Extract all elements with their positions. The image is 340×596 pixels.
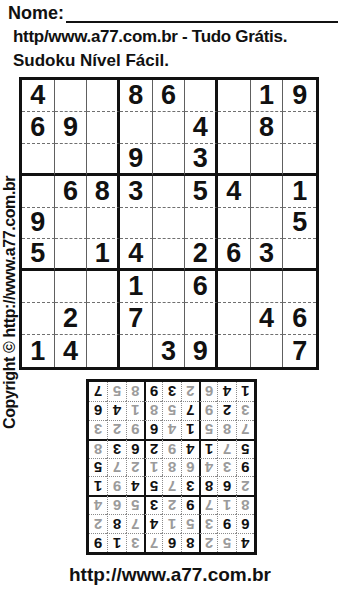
- solution-cell-r8c8: 4: [107, 401, 125, 420]
- cell-r2c8[interactable]: 8: [251, 112, 284, 144]
- solution-cell-r5c4: 6: [181, 458, 199, 477]
- cell-r6c5[interactable]: [153, 239, 186, 271]
- cell-r8c4[interactable]: 7: [120, 303, 153, 335]
- cell-r8c9[interactable]: 6: [283, 303, 316, 335]
- solution-cell-r4c9: 1: [89, 476, 107, 495]
- solution-cell-r7c8: 2: [107, 420, 125, 439]
- cell-r4c3[interactable]: 8: [87, 176, 120, 208]
- cell-r5c3[interactable]: [87, 208, 120, 240]
- cell-r1c3[interactable]: [87, 80, 120, 112]
- solution-cell-r3c5: 2: [162, 495, 180, 514]
- solution-cell-r6c8: 3: [107, 439, 125, 458]
- solution-cell-r6c6: 2: [144, 439, 162, 458]
- solution-cell-r2c8: 8: [107, 514, 125, 533]
- cell-r3c6[interactable]: 3: [185, 144, 218, 176]
- solution-cell-r7c1: 7: [236, 420, 254, 439]
- name-row: Nome:: [8, 3, 338, 23]
- cell-r2c1[interactable]: 6: [22, 112, 55, 144]
- solution-cell-r1c9: 9: [89, 533, 107, 552]
- cell-r6c3[interactable]: 1: [87, 239, 120, 271]
- cell-r6c4[interactable]: 4: [120, 239, 153, 271]
- solution-cell-r9c5: 3: [162, 382, 180, 401]
- solution-cell-r7c6: 6: [144, 420, 162, 439]
- cell-r8c6[interactable]: [185, 303, 218, 335]
- cell-r8c2[interactable]: 2: [55, 303, 88, 335]
- cell-r5c7[interactable]: [218, 208, 251, 240]
- cell-r2c3[interactable]: [87, 112, 120, 144]
- cell-r7c9[interactable]: [283, 271, 316, 303]
- cell-r5c9[interactable]: 5: [283, 208, 316, 240]
- cell-r7c8[interactable]: [251, 271, 284, 303]
- solution-cell-r1c6: 7: [144, 533, 162, 552]
- cell-r1c1[interactable]: 4: [22, 80, 55, 112]
- solution-cell-r8c4: 7: [181, 401, 199, 420]
- solution-cell-r3c3: 7: [199, 495, 217, 514]
- cell-r6c6[interactable]: 2: [185, 239, 218, 271]
- cell-r5c2[interactable]: [55, 208, 88, 240]
- cell-r8c7[interactable]: [218, 303, 251, 335]
- cell-r4c1[interactable]: [22, 176, 55, 208]
- cell-r7c2[interactable]: [55, 271, 88, 303]
- solution-cell-r5c2: 3: [217, 458, 235, 477]
- cell-r7c5[interactable]: [153, 271, 186, 303]
- solution-cell-r4c1: 2: [236, 476, 254, 495]
- solution-cell-r8c7: 1: [126, 401, 144, 420]
- cell-r1c5[interactable]: 6: [153, 80, 186, 112]
- solution-cell-r9c9: 7: [89, 382, 107, 401]
- solution-cell-r6c4: 4: [181, 439, 199, 458]
- solution-cell-r9c1: 1: [236, 382, 254, 401]
- solution-cell-r6c2: 7: [217, 439, 235, 458]
- solution-cell-r2c2: 9: [217, 514, 235, 533]
- cell-r3c8[interactable]: [251, 144, 284, 176]
- cell-r8c3[interactable]: [87, 303, 120, 335]
- cell-r5c4[interactable]: [120, 208, 153, 240]
- solution-cell-r3c2: 1: [217, 495, 235, 514]
- cell-r7c1[interactable]: [22, 271, 55, 303]
- solution-cell-r2c1: 6: [236, 514, 254, 533]
- cell-r3c7[interactable]: [218, 144, 251, 176]
- cell-r6c8[interactable]: 3: [251, 239, 284, 271]
- solution-cell-r4c6: 5: [144, 476, 162, 495]
- solution-cell-r5c6: 1: [144, 458, 162, 477]
- solution-cell-r3c7: 5: [126, 495, 144, 514]
- solution-cell-r5c1: 9: [236, 458, 254, 477]
- cell-r4c2[interactable]: 6: [55, 176, 88, 208]
- cell-r9c5[interactable]: 3: [153, 335, 186, 367]
- solution-cell-r1c4: 8: [181, 533, 199, 552]
- cell-r7c3[interactable]: [87, 271, 120, 303]
- cell-r4c8[interactable]: [251, 176, 284, 208]
- cell-r4c9[interactable]: 1: [283, 176, 316, 208]
- copyright-vertical-text: Copyright © http://www.a77.com.br: [1, 176, 19, 429]
- solution-cell-r9c3: 6: [199, 382, 217, 401]
- solution-cell-r6c1: 5: [236, 439, 254, 458]
- cell-r4c5[interactable]: [153, 176, 186, 208]
- solution-cell-r3c6: 3: [144, 495, 162, 514]
- cell-r9c6[interactable]: 9: [185, 335, 218, 367]
- solution-cell-r5c7: 2: [126, 458, 144, 477]
- solution-cell-r2c4: 5: [181, 514, 199, 533]
- puzzle-level-title: Sudoku Nível Fácil.: [13, 51, 169, 71]
- cell-r9c3[interactable]: [87, 335, 120, 367]
- solution-cell-r3c8: 6: [107, 495, 125, 514]
- solution-cell-r9c6: 9: [144, 382, 162, 401]
- cell-r4c4[interactable]: 3: [120, 176, 153, 208]
- cell-r6c7[interactable]: 6: [218, 239, 251, 271]
- cell-r1c8[interactable]: 1: [251, 80, 284, 112]
- cell-r9c1[interactable]: 1: [22, 335, 55, 367]
- solution-cell-r3c4: 9: [181, 495, 199, 514]
- solution-cell-r4c4: 3: [181, 476, 199, 495]
- cell-r1c7[interactable]: [218, 80, 251, 112]
- cell-r5c5[interactable]: [153, 208, 186, 240]
- cell-r2c6[interactable]: 4: [185, 112, 218, 144]
- cell-r1c9[interactable]: 9: [283, 80, 316, 112]
- solution-cell-r9c7: 8: [126, 382, 144, 401]
- solution-cell-r7c5: 4: [162, 420, 180, 439]
- solution-cell-r6c3: 1: [199, 439, 217, 458]
- cell-r6c1[interactable]: 5: [22, 239, 55, 271]
- cell-r8c1[interactable]: [22, 303, 55, 335]
- cell-r3c4[interactable]: 9: [120, 144, 153, 176]
- solution-cell-r4c5: 7: [162, 476, 180, 495]
- cell-r2c9[interactable]: [283, 112, 316, 144]
- cell-r4c7[interactable]: 4: [218, 176, 251, 208]
- cell-r9c2[interactable]: 4: [55, 335, 88, 367]
- cell-r5c8[interactable]: [251, 208, 284, 240]
- solution-grid-rotated: 4528673196935147828179235642683754919346…: [86, 379, 257, 555]
- solution-cell-r6c9: 8: [89, 439, 107, 458]
- solution-cell-r7c3: 5: [199, 420, 217, 439]
- cell-r3c9[interactable]: [283, 144, 316, 176]
- solution-cell-r7c4: 1: [181, 420, 199, 439]
- solution-cell-r5c9: 5: [89, 458, 107, 477]
- cell-r6c9[interactable]: [283, 239, 316, 271]
- cell-r5c6[interactable]: [185, 208, 218, 240]
- cell-r6c2[interactable]: [55, 239, 88, 271]
- cell-r1c4[interactable]: 8: [120, 80, 153, 112]
- solution-cell-r8c9: 6: [89, 401, 107, 420]
- solution-cell-r4c3: 8: [199, 476, 217, 495]
- solution-cell-r7c9: 3: [89, 420, 107, 439]
- solution-cell-r4c7: 4: [126, 476, 144, 495]
- solution-cell-r1c1: 4: [236, 533, 254, 552]
- solution-cell-r3c9: 4: [89, 495, 107, 514]
- cell-r9c4[interactable]: [120, 335, 153, 367]
- solution-cell-r8c2: 2: [217, 401, 235, 420]
- cell-r8c5[interactable]: [153, 303, 186, 335]
- cell-r7c6[interactable]: 6: [185, 271, 218, 303]
- solution-cell-r9c2: 4: [217, 382, 235, 401]
- cell-r2c5[interactable]: [153, 112, 186, 144]
- cell-r9c8[interactable]: [251, 335, 284, 367]
- cell-r7c4[interactable]: 1: [120, 271, 153, 303]
- solution-cell-r5c5: 8: [162, 458, 180, 477]
- solution-cell-r9c4: 2: [181, 382, 199, 401]
- cell-r1c2[interactable]: [55, 80, 88, 112]
- name-blank-line: [66, 4, 338, 23]
- solution-cell-r4c2: 6: [217, 476, 235, 495]
- solution-cell-r8c3: 9: [199, 401, 217, 420]
- sudoku-grid: 486196948936835419551426316274614397: [19, 77, 319, 370]
- cell-r8c8[interactable]: 4: [251, 303, 284, 335]
- solution-cell-r5c8: 7: [107, 458, 125, 477]
- solution-cell-r8c1: 3: [236, 401, 254, 420]
- solution-cell-r7c2: 8: [217, 420, 235, 439]
- solution-cell-r2c5: 1: [162, 514, 180, 533]
- name-label: Nome:: [8, 3, 64, 23]
- solution-cell-r1c8: 1: [107, 533, 125, 552]
- solution-cell-r7c7: 9: [126, 420, 144, 439]
- cell-r2c2[interactable]: 9: [55, 112, 88, 144]
- cell-r9c7[interactable]: [218, 335, 251, 367]
- solution-cell-r5c3: 4: [199, 458, 217, 477]
- solution-cell-r8c6: 8: [144, 401, 162, 420]
- solution-cell-r4c8: 9: [107, 476, 125, 495]
- cell-r3c5[interactable]: [153, 144, 186, 176]
- solution-cell-r2c9: 2: [89, 514, 107, 533]
- solution-cell-r1c3: 2: [199, 533, 217, 552]
- solution-cell-r2c3: 3: [199, 514, 217, 533]
- solution-cell-r8c5: 5: [162, 401, 180, 420]
- cell-r4c6[interactable]: 5: [185, 176, 218, 208]
- cell-r3c2[interactable]: [55, 144, 88, 176]
- cell-r3c3[interactable]: [87, 144, 120, 176]
- solution-cell-r1c2: 5: [217, 533, 235, 552]
- solution-cell-r6c5: 9: [162, 439, 180, 458]
- solution-cell-r3c1: 8: [236, 495, 254, 514]
- solution-cell-r2c6: 4: [144, 514, 162, 533]
- site-title: http/www.a77.com.br - Tudo Grátis.: [13, 27, 287, 47]
- solution-cell-r1c5: 6: [162, 533, 180, 552]
- footer-url: http://www.a77.com.br: [0, 564, 340, 586]
- cell-r1c6[interactable]: [185, 80, 218, 112]
- cell-r2c4[interactable]: [120, 112, 153, 144]
- cell-r5c1[interactable]: 9: [22, 208, 55, 240]
- solution-cell-r2c7: 7: [126, 514, 144, 533]
- cell-r7c7[interactable]: [218, 271, 251, 303]
- cell-r9c9[interactable]: 7: [283, 335, 316, 367]
- cell-r3c1[interactable]: [22, 144, 55, 176]
- solution-cell-r6c7: 6: [126, 439, 144, 458]
- cell-r2c7[interactable]: [218, 112, 251, 144]
- solution-cell-r9c8: 5: [107, 382, 125, 401]
- solution-cell-r1c7: 3: [126, 533, 144, 552]
